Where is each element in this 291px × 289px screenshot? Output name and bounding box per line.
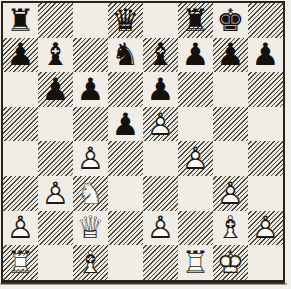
square-a1[interactable]: ♜♖ — [3, 245, 38, 280]
square-b5[interactable] — [38, 107, 73, 142]
black-pawn: ♟ — [108, 107, 143, 142]
white-pawn: ♟♙ — [73, 141, 108, 176]
white-piece-outline: ♙ — [248, 211, 283, 246]
square-h2[interactable]: ♟♙ — [248, 211, 283, 246]
white-bishop: ♝♗ — [73, 245, 108, 280]
square-h1[interactable] — [248, 245, 283, 280]
square-e7[interactable]: ♝ — [143, 38, 178, 73]
square-h6[interactable] — [248, 72, 283, 107]
square-e5[interactable]: ♟♙ — [143, 107, 178, 142]
white-piece-outline: ♙ — [73, 141, 108, 176]
white-piece-outline: ♗ — [73, 245, 108, 280]
black-pawn: ♟ — [73, 72, 108, 107]
white-piece-outline: ♘ — [73, 176, 108, 211]
white-pawn: ♟♙ — [38, 176, 73, 211]
white-piece-outline: ♙ — [38, 176, 73, 211]
black-king: ♚ — [213, 3, 248, 38]
square-b7[interactable]: ♝ — [38, 38, 73, 73]
square-g6[interactable] — [213, 72, 248, 107]
square-g1[interactable]: ♚♔ — [213, 245, 248, 280]
square-d3[interactable] — [108, 176, 143, 211]
square-h3[interactable] — [248, 176, 283, 211]
black-bishop: ♝ — [38, 38, 73, 73]
square-e8[interactable] — [143, 3, 178, 38]
square-c3[interactable]: ♞♘ — [73, 176, 108, 211]
square-f1[interactable]: ♜♖ — [178, 245, 213, 280]
square-e4[interactable] — [143, 141, 178, 176]
white-pawn: ♟♙ — [143, 107, 178, 142]
black-knight: ♞ — [108, 38, 143, 73]
square-h4[interactable] — [248, 141, 283, 176]
white-knight: ♞♘ — [73, 176, 108, 211]
square-a2[interactable]: ♟♙ — [3, 211, 38, 246]
square-a5[interactable] — [3, 107, 38, 142]
white-piece-outline: ♙ — [3, 211, 38, 246]
square-b1[interactable] — [38, 245, 73, 280]
square-d2[interactable] — [108, 211, 143, 246]
square-h7[interactable]: ♟ — [248, 38, 283, 73]
white-piece-outline: ♕ — [73, 211, 108, 246]
square-f8[interactable]: ♜ — [178, 3, 213, 38]
white-piece-outline: ♗ — [213, 211, 248, 246]
chess-diagram: ♜♛♜♚♟♝♞♝♟♟♟♟♟♟♟♟♙♟♙♟♙♟♙♞♘♟♙♟♙♛♕♟♙♝♗♟♙♜♖♝… — [1, 1, 285, 284]
white-piece-outline: ♙ — [178, 141, 213, 176]
white-rook: ♜♖ — [3, 245, 38, 280]
square-d5[interactable]: ♟ — [108, 107, 143, 142]
square-f7[interactable]: ♟ — [178, 38, 213, 73]
white-pawn: ♟♙ — [248, 211, 283, 246]
scan-border-smudge — [0, 283, 287, 285]
black-queen: ♛ — [108, 3, 143, 38]
square-c2[interactable]: ♛♕ — [73, 211, 108, 246]
square-g3[interactable]: ♟♙ — [213, 176, 248, 211]
square-g2[interactable]: ♝♗ — [213, 211, 248, 246]
square-f3[interactable] — [178, 176, 213, 211]
square-f4[interactable]: ♟♙ — [178, 141, 213, 176]
white-piece-outline: ♖ — [178, 245, 213, 280]
black-pawn: ♟ — [3, 38, 38, 73]
white-piece-outline: ♙ — [213, 176, 248, 211]
square-c5[interactable] — [73, 107, 108, 142]
square-g4[interactable] — [213, 141, 248, 176]
square-c7[interactable] — [73, 38, 108, 73]
square-c6[interactable]: ♟ — [73, 72, 108, 107]
square-a6[interactable] — [3, 72, 38, 107]
black-rook: ♜ — [178, 3, 213, 38]
square-a4[interactable] — [3, 141, 38, 176]
square-a8[interactable]: ♜ — [3, 3, 38, 38]
chessboard: ♜♛♜♚♟♝♞♝♟♟♟♟♟♟♟♟♙♟♙♟♙♟♙♞♘♟♙♟♙♛♕♟♙♝♗♟♙♜♖♝… — [1, 1, 285, 284]
white-piece-outline: ♖ — [3, 245, 38, 280]
square-d4[interactable] — [108, 141, 143, 176]
square-c4[interactable]: ♟♙ — [73, 141, 108, 176]
square-f6[interactable] — [178, 72, 213, 107]
square-e6[interactable]: ♟ — [143, 72, 178, 107]
square-c8[interactable] — [73, 3, 108, 38]
square-d1[interactable] — [108, 245, 143, 280]
white-bishop: ♝♗ — [213, 211, 248, 246]
square-b3[interactable]: ♟♙ — [38, 176, 73, 211]
white-piece-outline: ♙ — [143, 211, 178, 246]
square-b8[interactable] — [38, 3, 73, 38]
square-f2[interactable] — [178, 211, 213, 246]
square-b4[interactable] — [38, 141, 73, 176]
black-pawn: ♟ — [143, 72, 178, 107]
white-rook: ♜♖ — [178, 245, 213, 280]
square-g7[interactable]: ♟ — [213, 38, 248, 73]
square-g5[interactable] — [213, 107, 248, 142]
black-pawn: ♟ — [213, 38, 248, 73]
square-c1[interactable]: ♝♗ — [73, 245, 108, 280]
square-e2[interactable]: ♟♙ — [143, 211, 178, 246]
square-a3[interactable] — [3, 176, 38, 211]
white-piece-outline: ♙ — [143, 107, 178, 142]
white-king: ♚♔ — [213, 245, 248, 280]
black-bishop: ♝ — [143, 38, 178, 73]
square-e3[interactable] — [143, 176, 178, 211]
white-pawn: ♟♙ — [143, 211, 178, 246]
square-d6[interactable] — [108, 72, 143, 107]
white-pawn: ♟♙ — [3, 211, 38, 246]
black-pawn: ♟ — [178, 38, 213, 73]
square-f5[interactable] — [178, 107, 213, 142]
square-d7[interactable]: ♞ — [108, 38, 143, 73]
square-a7[interactable]: ♟ — [3, 38, 38, 73]
square-h8[interactable] — [248, 3, 283, 38]
black-pawn: ♟ — [248, 38, 283, 73]
black-rook: ♜ — [3, 3, 38, 38]
square-b2[interactable] — [38, 211, 73, 246]
square-d8[interactable]: ♛ — [108, 3, 143, 38]
square-b6[interactable]: ♟ — [38, 72, 73, 107]
white-pawn: ♟♙ — [178, 141, 213, 176]
square-e1[interactable] — [143, 245, 178, 280]
white-pawn: ♟♙ — [213, 176, 248, 211]
square-g8[interactable]: ♚ — [213, 3, 248, 38]
white-piece-outline: ♔ — [213, 245, 248, 280]
square-h5[interactable] — [248, 107, 283, 142]
white-queen: ♛♕ — [73, 211, 108, 246]
black-pawn: ♟ — [38, 72, 73, 107]
